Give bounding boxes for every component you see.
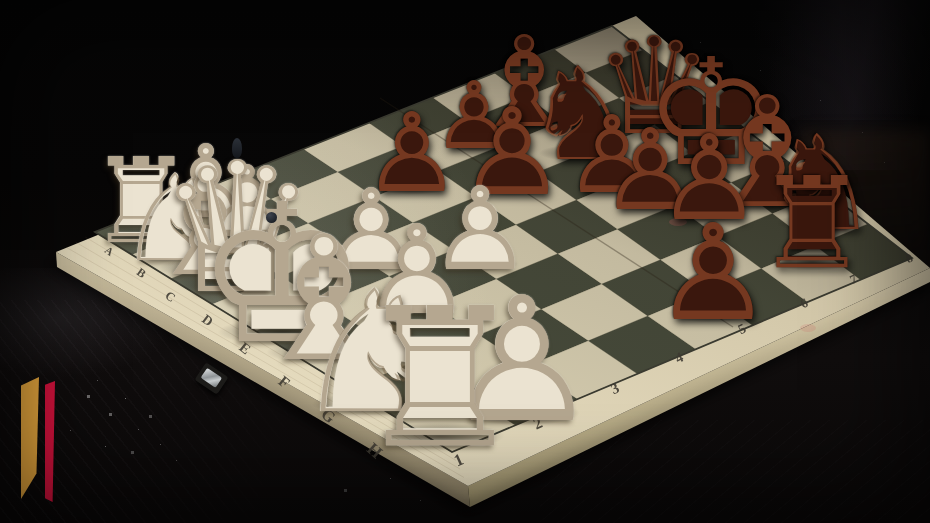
piece-shadow: [659, 147, 763, 169]
piece-white-pawn-e4: ♟♙: [422, 172, 537, 287]
piece-shadow: [212, 225, 281, 239]
piece-shadow: [470, 179, 554, 197]
piece-white-knight-b1: ♞♘: [111, 158, 232, 279]
piece-black-king-e7: ♚♔: [637, 40, 785, 188]
piece-black-pawn-d5: ♟♙: [452, 92, 573, 213]
piece-shadow: [462, 400, 583, 425]
piece-black-knight-g7: ♞♘: [755, 118, 887, 250]
piece-shadow: [480, 112, 568, 130]
piece-shadow: [373, 422, 507, 450]
piece-shadow: [575, 179, 650, 195]
piece-shadow: [768, 253, 856, 271]
pieces-layer: ♝♗♛♕♟♙♞♘♚♔♟♙♟♙♟♙♝♗♟♙♟♙♟♙♞♘♟♙♜♖♞♘♜♖♟♙♟♙♝♗…: [0, 0, 930, 523]
piece-black-knight-d6: ♞♘: [518, 50, 647, 179]
piece-white-pawn-a2: ♟♙: [155, 132, 256, 233]
piece-shadow: [611, 196, 690, 212]
piece-shadow: [332, 256, 411, 272]
watermark-logo: [0, 365, 70, 515]
piece-black-bishop-c6: ♝♗: [461, 20, 587, 146]
piece-shadow: [537, 144, 627, 163]
piece-black-bishop-f7: ♝♗: [690, 77, 843, 230]
piece-shadow: [775, 213, 867, 232]
piece-shadow: [441, 138, 506, 152]
piece-shadow: [666, 303, 759, 322]
piece-white-pawn-h2: ♟♙: [436, 275, 609, 448]
piece-white-bishop-c1: ♝♗: [137, 158, 274, 295]
dark-nub: [266, 212, 277, 223]
piece-shadow: [170, 206, 241, 221]
piece-black-pawn-g6: ♟♙: [650, 120, 768, 238]
piece-white-rook-a1: ♜♖: [82, 143, 200, 261]
piece-shadow: [129, 245, 213, 263]
piece-black-pawn-c4: ♟♙: [357, 99, 467, 209]
piece-white-rook-h1: ♜♖: [344, 283, 536, 475]
piece-white-knight-g1: ♞♘: [284, 268, 454, 438]
piece-black-pawn-e6: ♟♙: [559, 102, 666, 209]
piece-white-queen-d1: ♛♕: [147, 139, 328, 320]
piece-shadow: [668, 205, 751, 222]
piece-black-rook-h7: ♜♖: [749, 161, 875, 287]
piece-shadow: [374, 299, 460, 317]
piece-white-pawn-d3: ♟♙: [315, 174, 427, 286]
logo-red-stripe: [45, 381, 55, 502]
piece-white-king-e1: ♚♔: [186, 179, 378, 371]
piece-shadow: [309, 392, 428, 417]
piece-shadow: [374, 179, 451, 195]
piece-shadow: [174, 271, 301, 297]
piece-black-pawn-c5: ♟♙: [427, 70, 520, 163]
photo-scene: ABCDEFGH12345678 ♝♗♛♕♟♙♞♘♚♔♟♙♟♙♟♙♝♗♟♙♟♙♟…: [0, 0, 930, 523]
piece-shadow: [215, 318, 349, 346]
dark-finial-tip: [232, 138, 242, 158]
piece-white-pawn-b2: ♟♙: [198, 153, 297, 252]
piece-shadow: [713, 189, 821, 211]
piece-black-pawn-f6: ♟♙: [594, 114, 706, 226]
piece-white-pawn-g2: ♟♙: [355, 209, 478, 332]
logo-yellow-stripe: [21, 377, 39, 499]
piece-shadow: [264, 339, 385, 364]
piece-white-bishop-f1: ♝♗: [238, 214, 411, 387]
piece-shadow: [157, 258, 253, 278]
piece-shadow: [440, 256, 521, 273]
piece-black-queen-d7: ♛♕: [587, 20, 721, 154]
piece-shadow: [607, 117, 701, 137]
piece-shadow: [100, 228, 183, 245]
piece-black-pawn-h5: ♟♙: [647, 207, 780, 340]
